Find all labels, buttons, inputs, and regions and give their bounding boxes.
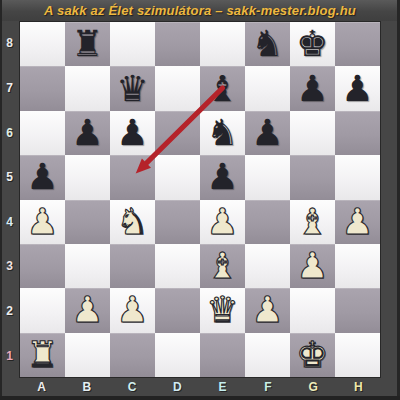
white-pawn[interactable]: ♟ [296,248,328,284]
square-e3[interactable]: ♝ [200,244,245,288]
square-h3[interactable] [335,244,380,288]
square-f5[interactable] [245,155,290,199]
square-c8[interactable] [110,22,155,66]
square-c1[interactable] [110,333,155,377]
square-f7[interactable] [245,66,290,110]
black-queen[interactable]: ♛ [116,71,148,107]
square-b6[interactable]: ♟ [65,111,110,155]
white-bishop[interactable]: ♝ [206,248,238,284]
rank-label-3: 3 [0,244,19,289]
square-h8[interactable] [335,22,380,66]
white-pawn[interactable]: ♟ [206,204,238,240]
black-bishop[interactable]: ♝ [206,71,238,107]
square-c2[interactable]: ♟ [110,288,155,332]
square-g1[interactable]: ♚ [290,333,335,377]
file-label-g: G [291,378,336,395]
rank-label-8: 8 [0,21,19,66]
square-e1[interactable] [200,333,245,377]
chess-board: ♜♞♚♛♝♟♟♟♟♞♟♟♟♟♞♟♝♟♝♟♟♟♛♟♜♚ [19,21,381,378]
square-c4[interactable]: ♞ [110,200,155,244]
square-g2[interactable] [290,288,335,332]
frame-edge-left [0,0,2,400]
black-pawn[interactable]: ♟ [341,71,373,107]
square-b2[interactable]: ♟ [65,288,110,332]
white-pawn[interactable]: ♟ [71,292,103,328]
square-a5[interactable]: ♟ [20,155,65,199]
square-a4[interactable]: ♟ [20,200,65,244]
rank-label-6: 6 [0,110,19,155]
square-b3[interactable] [65,244,110,288]
square-e5[interactable]: ♟ [200,155,245,199]
black-pawn[interactable]: ♟ [26,159,58,195]
square-c6[interactable]: ♟ [110,111,155,155]
square-d3[interactable] [155,244,200,288]
black-pawn[interactable]: ♟ [71,115,103,151]
square-h4[interactable]: ♟ [335,200,380,244]
square-h2[interactable] [335,288,380,332]
file-label-b: B [64,378,109,395]
file-label-h: H [336,378,381,395]
square-d1[interactable] [155,333,200,377]
square-h7[interactable]: ♟ [335,66,380,110]
square-e2[interactable]: ♛ [200,288,245,332]
white-pawn[interactable]: ♟ [251,292,283,328]
file-label-a: A [19,378,64,395]
square-g8[interactable]: ♚ [290,22,335,66]
rank-labels: 87654321 [0,21,19,378]
rank-label-2: 2 [0,289,19,334]
square-g7[interactable]: ♟ [290,66,335,110]
square-b1[interactable] [65,333,110,377]
rank-label-7: 7 [0,66,19,111]
square-d6[interactable] [155,111,200,155]
square-e6[interactable]: ♞ [200,111,245,155]
square-e7[interactable]: ♝ [200,66,245,110]
rank-label-1: 1 [0,333,19,378]
square-f8[interactable]: ♞ [245,22,290,66]
white-king[interactable]: ♚ [296,337,328,373]
file-label-f: F [245,378,290,395]
file-label-e: E [200,378,245,395]
square-a8[interactable] [20,22,65,66]
square-g5[interactable] [290,155,335,199]
file-label-c: C [110,378,155,395]
title-bar: A sakk az Élet szimulátora – sakk-mester… [0,0,400,21]
white-knight[interactable]: ♞ [116,204,148,240]
white-pawn[interactable]: ♟ [26,204,58,240]
rank-label-4: 4 [0,200,19,245]
square-f3[interactable] [245,244,290,288]
black-knight[interactable]: ♞ [206,115,238,151]
square-f6[interactable]: ♟ [245,111,290,155]
white-bishop[interactable]: ♝ [296,204,328,240]
square-d4[interactable] [155,200,200,244]
square-a3[interactable] [20,244,65,288]
file-label-d: D [155,378,200,395]
black-pawn[interactable]: ♟ [206,159,238,195]
white-queen[interactable]: ♛ [206,292,238,328]
page-title: A sakk az Élet szimulátora – sakk-mester… [44,3,356,18]
square-h1[interactable] [335,333,380,377]
white-rook[interactable]: ♜ [26,337,58,373]
square-d5[interactable] [155,155,200,199]
square-e4[interactable]: ♟ [200,200,245,244]
white-pawn[interactable]: ♟ [341,204,373,240]
square-b5[interactable] [65,155,110,199]
file-labels: ABCDEFGH [19,378,381,395]
square-a7[interactable] [20,66,65,110]
black-pawn[interactable]: ♟ [251,115,283,151]
square-h6[interactable] [335,111,380,155]
square-a6[interactable] [20,111,65,155]
square-c3[interactable] [110,244,155,288]
square-g4[interactable]: ♝ [290,200,335,244]
square-h5[interactable] [335,155,380,199]
white-pawn[interactable]: ♟ [116,292,148,328]
square-g3[interactable]: ♟ [290,244,335,288]
black-king[interactable]: ♚ [296,26,328,62]
square-c5[interactable] [110,155,155,199]
square-d8[interactable] [155,22,200,66]
square-b7[interactable] [65,66,110,110]
square-d2[interactable] [155,288,200,332]
square-f2[interactable]: ♟ [245,288,290,332]
chess-diagram: A sakk az Élet szimulátora – sakk-mester… [0,0,400,400]
square-a2[interactable] [20,288,65,332]
square-d7[interactable] [155,66,200,110]
black-pawn[interactable]: ♟ [296,71,328,107]
square-b8[interactable]: ♜ [65,22,110,66]
black-pawn[interactable]: ♟ [116,115,148,151]
square-b4[interactable] [65,200,110,244]
square-e8[interactable] [200,22,245,66]
square-f4[interactable] [245,200,290,244]
rank-label-5: 5 [0,155,19,200]
square-g6[interactable] [290,111,335,155]
square-c7[interactable]: ♛ [110,66,155,110]
square-a1[interactable]: ♜ [20,333,65,377]
black-rook[interactable]: ♜ [71,26,103,62]
square-f1[interactable] [245,333,290,377]
black-knight[interactable]: ♞ [251,26,283,62]
frame-edge-bottom [0,396,400,400]
